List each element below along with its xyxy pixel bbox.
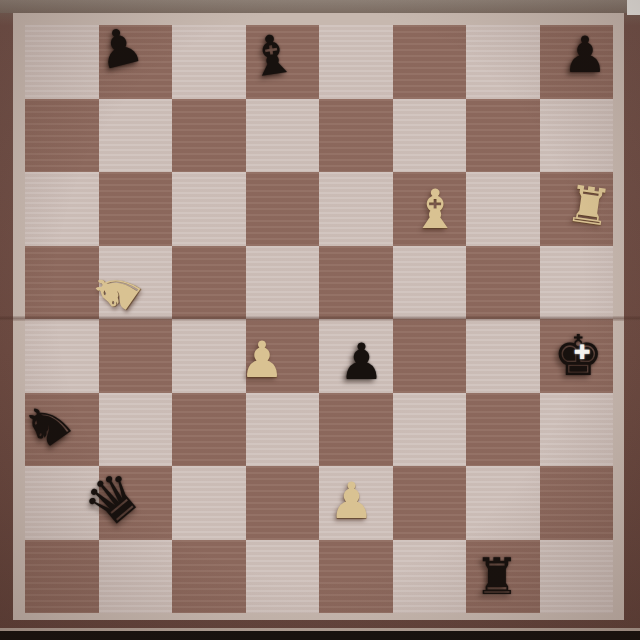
white-bishop-f6[interactable]: ♝	[411, 183, 459, 237]
square-g4[interactable]	[466, 319, 540, 393]
square-c6[interactable]	[172, 172, 246, 246]
square-g5[interactable]	[466, 246, 540, 320]
square-b6[interactable]	[99, 172, 173, 246]
square-h5[interactable]	[540, 246, 614, 320]
black-rook-g1[interactable]: ♜	[474, 552, 519, 602]
square-d2[interactable]	[246, 466, 320, 540]
frame-top-edge	[0, 0, 640, 13]
square-g7[interactable]	[466, 99, 540, 173]
square-e1[interactable]	[319, 540, 393, 614]
king-cross-highlight: ✚	[574, 342, 591, 362]
square-d7[interactable]	[246, 99, 320, 173]
square-d1[interactable]	[246, 540, 320, 614]
background-corner	[627, 0, 640, 15]
square-c1[interactable]	[172, 540, 246, 614]
white-rook-h6[interactable]: ♜	[564, 178, 615, 234]
square-d6[interactable]	[246, 172, 320, 246]
square-a8[interactable]	[25, 25, 99, 99]
square-f5[interactable]	[393, 246, 467, 320]
square-h1[interactable]	[540, 540, 614, 614]
chessboard-photo: ♟♝♟♝♜♞♟♟♚✚♞♛♟♜	[0, 0, 640, 640]
black-king-h4[interactable]: ♚✚	[553, 328, 603, 384]
square-g2[interactable]	[466, 466, 540, 540]
square-c7[interactable]	[172, 99, 246, 173]
square-a6[interactable]	[25, 172, 99, 246]
square-b1[interactable]	[99, 540, 173, 614]
square-h7[interactable]	[540, 99, 614, 173]
square-a7[interactable]	[25, 99, 99, 173]
square-f2[interactable]	[393, 466, 467, 540]
square-f3[interactable]	[393, 393, 467, 467]
square-c3[interactable]	[172, 393, 246, 467]
square-e8[interactable]	[319, 25, 393, 99]
square-e3[interactable]	[319, 393, 393, 467]
square-e6[interactable]	[319, 172, 393, 246]
square-f4[interactable]	[393, 319, 467, 393]
black-pawn-h8[interactable]: ♟	[563, 30, 608, 80]
square-d3[interactable]	[246, 393, 320, 467]
black-pawn-e4[interactable]: ♟	[339, 337, 384, 387]
square-b7[interactable]	[99, 99, 173, 173]
square-e5[interactable]	[319, 246, 393, 320]
square-a4[interactable]	[25, 319, 99, 393]
square-c4[interactable]	[172, 319, 246, 393]
white-pawn-d4[interactable]: ♟	[240, 335, 285, 385]
black-bishop-d8[interactable]: ♝	[245, 26, 300, 86]
square-d5[interactable]	[246, 246, 320, 320]
square-c2[interactable]	[172, 466, 246, 540]
square-g8[interactable]	[466, 25, 540, 99]
square-c5[interactable]	[172, 246, 246, 320]
board-fold-seam	[0, 316, 640, 321]
square-h3[interactable]	[540, 393, 614, 467]
square-f7[interactable]	[393, 99, 467, 173]
square-e7[interactable]	[319, 99, 393, 173]
square-a1[interactable]	[25, 540, 99, 614]
square-g6[interactable]	[466, 172, 540, 246]
square-f8[interactable]	[393, 25, 467, 99]
square-h2[interactable]	[540, 466, 614, 540]
square-b4[interactable]	[99, 319, 173, 393]
square-f1[interactable]	[393, 540, 467, 614]
square-g3[interactable]	[466, 393, 540, 467]
background-bottom-shadow	[0, 631, 640, 640]
white-pawn-e2[interactable]: ♟	[329, 476, 374, 526]
square-c8[interactable]	[172, 25, 246, 99]
